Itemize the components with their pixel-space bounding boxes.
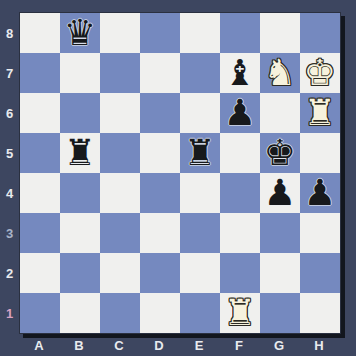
square-d5[interactable]: [140, 133, 180, 173]
square-h8[interactable]: [300, 13, 340, 53]
square-e6[interactable]: [180, 93, 220, 133]
square-d2[interactable]: [140, 253, 180, 293]
piece-white-rook: ♜: [304, 93, 336, 133]
square-c8[interactable]: [100, 13, 140, 53]
square-h5[interactable]: [300, 133, 340, 173]
file-label-e: E: [179, 335, 219, 356]
piece-black-bishop: ♝: [224, 53, 256, 93]
square-g3[interactable]: [260, 213, 300, 253]
square-a8[interactable]: [20, 13, 60, 53]
piece-white-knight: ♞: [264, 53, 296, 93]
square-c6[interactable]: [100, 93, 140, 133]
piece-black-pawn: ♟: [264, 173, 296, 213]
file-label-c: C: [99, 335, 139, 356]
square-f2[interactable]: [220, 253, 260, 293]
square-g7[interactable]: ♞: [260, 53, 300, 93]
rank-label-6: 6: [0, 93, 19, 133]
piece-white-rook: ♜: [224, 293, 256, 333]
rank-label-4: 4: [0, 173, 19, 213]
rank-label-2: 2: [0, 253, 19, 293]
piece-white-king: ♚: [304, 53, 336, 93]
square-f1[interactable]: ♜: [220, 293, 260, 333]
square-d1[interactable]: [140, 293, 180, 333]
file-label-h: H: [299, 335, 339, 356]
square-f8[interactable]: [220, 13, 260, 53]
square-g6[interactable]: [260, 93, 300, 133]
square-g4[interactable]: ♟: [260, 173, 300, 213]
square-a7[interactable]: [20, 53, 60, 93]
square-d7[interactable]: [140, 53, 180, 93]
square-e7[interactable]: [180, 53, 220, 93]
square-d3[interactable]: [140, 213, 180, 253]
rank-label-3: 3: [0, 213, 19, 253]
square-c2[interactable]: [100, 253, 140, 293]
square-b1[interactable]: [60, 293, 100, 333]
piece-black-rook: ♜: [64, 133, 96, 173]
square-b7[interactable]: [60, 53, 100, 93]
square-b6[interactable]: [60, 93, 100, 133]
square-b3[interactable]: [60, 213, 100, 253]
square-d6[interactable]: [140, 93, 180, 133]
square-g2[interactable]: [260, 253, 300, 293]
file-label-f: F: [219, 335, 259, 356]
square-g8[interactable]: [260, 13, 300, 53]
piece-black-pawn: ♟: [224, 93, 256, 133]
square-d8[interactable]: [140, 13, 180, 53]
square-a6[interactable]: [20, 93, 60, 133]
piece-black-king: ♚: [264, 133, 296, 173]
chess-diagram: 87654321 ♛♝♞♚♟♜♜♜♚♟♟♜ ABCDEFGH: [0, 0, 356, 356]
square-e2[interactable]: [180, 253, 220, 293]
square-b4[interactable]: [60, 173, 100, 213]
square-b5[interactable]: ♜: [60, 133, 100, 173]
square-a5[interactable]: [20, 133, 60, 173]
square-b2[interactable]: [60, 253, 100, 293]
file-labels: ABCDEFGH: [19, 335, 339, 356]
square-g1[interactable]: [260, 293, 300, 333]
rank-label-8: 8: [0, 13, 19, 53]
file-label-d: D: [139, 335, 179, 356]
square-b8[interactable]: ♛: [60, 13, 100, 53]
square-a3[interactable]: [20, 213, 60, 253]
file-label-b: B: [59, 335, 99, 356]
square-c1[interactable]: [100, 293, 140, 333]
square-f6[interactable]: ♟: [220, 93, 260, 133]
square-h6[interactable]: ♜: [300, 93, 340, 133]
square-d4[interactable]: [140, 173, 180, 213]
piece-black-pawn: ♟: [304, 173, 336, 213]
square-e4[interactable]: [180, 173, 220, 213]
square-a1[interactable]: [20, 293, 60, 333]
rank-labels: 87654321: [0, 13, 19, 333]
square-h3[interactable]: [300, 213, 340, 253]
square-g5[interactable]: ♚: [260, 133, 300, 173]
rank-label-5: 5: [0, 133, 19, 173]
square-c4[interactable]: [100, 173, 140, 213]
rank-label-7: 7: [0, 53, 19, 93]
square-h2[interactable]: [300, 253, 340, 293]
rank-label-1: 1: [0, 293, 19, 333]
square-f4[interactable]: [220, 173, 260, 213]
square-e5[interactable]: ♜: [180, 133, 220, 173]
square-f5[interactable]: [220, 133, 260, 173]
square-a4[interactable]: [20, 173, 60, 213]
chess-board: ♛♝♞♚♟♜♜♜♚♟♟♜: [19, 12, 341, 334]
square-e8[interactable]: [180, 13, 220, 53]
file-label-a: A: [19, 335, 59, 356]
square-e3[interactable]: [180, 213, 220, 253]
square-h7[interactable]: ♚: [300, 53, 340, 93]
square-f3[interactable]: [220, 213, 260, 253]
square-e1[interactable]: [180, 293, 220, 333]
square-c3[interactable]: [100, 213, 140, 253]
piece-black-queen: ♛: [64, 13, 96, 53]
piece-black-rook: ♜: [184, 133, 216, 173]
square-f7[interactable]: ♝: [220, 53, 260, 93]
square-a2[interactable]: [20, 253, 60, 293]
square-h1[interactable]: [300, 293, 340, 333]
square-h4[interactable]: ♟: [300, 173, 340, 213]
file-label-g: G: [259, 335, 299, 356]
square-c5[interactable]: [100, 133, 140, 173]
square-c7[interactable]: [100, 53, 140, 93]
